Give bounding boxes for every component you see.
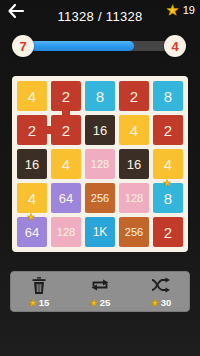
- tile-256[interactable]: 256: [85, 183, 115, 213]
- next-level-badge: 4: [164, 35, 186, 57]
- swap-powerup-button[interactable]: ★ 25: [81, 275, 119, 308]
- trash-powerup-button[interactable]: ★ 15: [20, 275, 58, 308]
- star-icon: ★: [29, 298, 37, 308]
- tile-2[interactable]: 2: [119, 81, 149, 111]
- trash-cost: ★ 15: [29, 297, 50, 308]
- swap-cost: ★ 25: [90, 297, 111, 308]
- current-level-badge: 7: [12, 35, 34, 57]
- board-grid: 428282216421641281644642561288641281K256…: [17, 81, 183, 247]
- tile-link-connector: [62, 108, 70, 118]
- level-progress-fill: [30, 41, 134, 51]
- game-screen: 11328 / 11328 ★ 19 7 4 42828221642164128…: [0, 0, 200, 356]
- powerup-toolbar: ★ 15 ★ 25: [10, 271, 190, 312]
- tile-4[interactable]: 4: [17, 183, 47, 213]
- shuffle-cost: ★ 30: [151, 297, 172, 308]
- tile-2[interactable]: 2: [51, 115, 81, 145]
- tile-2[interactable]: 2: [17, 115, 47, 145]
- star-wallet: ★ 19: [166, 2, 195, 18]
- tile-4[interactable]: 4: [51, 149, 81, 179]
- tile-bonus-star-icon: ★: [163, 179, 171, 188]
- tile-128[interactable]: 128: [51, 217, 81, 247]
- tile-1K[interactable]: 1K: [85, 217, 115, 247]
- tile-2[interactable]: 2: [153, 217, 183, 247]
- tile-bonus-star-icon: ★: [27, 213, 35, 222]
- tile-16[interactable]: 16: [119, 149, 149, 179]
- trash-icon: [31, 275, 47, 295]
- tile-8[interactable]: 8: [153, 81, 183, 111]
- tile-8[interactable]: 8: [85, 81, 115, 111]
- tile-4[interactable]: 4: [153, 149, 183, 179]
- tile-128[interactable]: 128: [119, 183, 149, 213]
- level-progress-track: [30, 41, 170, 51]
- swap-icon: [89, 275, 111, 295]
- tile-2[interactable]: 2: [51, 81, 81, 111]
- star-icon: ★: [151, 298, 159, 308]
- tile-4[interactable]: 4: [119, 115, 149, 145]
- tile-4[interactable]: 4: [17, 81, 47, 111]
- tile-2[interactable]: 2: [153, 115, 183, 145]
- tile-128[interactable]: 128: [85, 149, 115, 179]
- star-icon: ★: [90, 298, 98, 308]
- tile-16[interactable]: 16: [17, 149, 47, 179]
- tile-256[interactable]: 256: [119, 217, 149, 247]
- tile-16[interactable]: 16: [85, 115, 115, 145]
- game-board: 428282216421641281644642561288641281K256…: [12, 76, 188, 252]
- tile-64[interactable]: 64: [51, 183, 81, 213]
- shuffle-powerup-button[interactable]: ★ 30: [142, 275, 180, 308]
- star-count: 19: [183, 4, 195, 16]
- shuffle-icon: [150, 275, 172, 295]
- tile-link-connector: [44, 126, 54, 134]
- star-currency-icon: ★: [166, 2, 179, 18]
